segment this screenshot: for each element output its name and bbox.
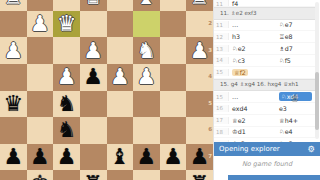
move-row-13: 13♘e2♗d7 bbox=[214, 43, 315, 55]
square-d3[interactable] bbox=[107, 37, 134, 64]
white-king-e1[interactable]: ♚ bbox=[80, 0, 107, 11]
current-move[interactable]: ♕f2 bbox=[232, 69, 248, 76]
square-c4[interactable]: ♟ bbox=[133, 64, 160, 91]
square-d4[interactable]: ♟ bbox=[107, 64, 134, 91]
white-pawn-f4[interactable]: ♟ bbox=[53, 64, 80, 91]
square-d6[interactable] bbox=[107, 117, 134, 144]
move-index-11: 11 bbox=[214, 21, 229, 28]
square-h4[interactable] bbox=[0, 64, 27, 91]
variation-line-1[interactable]: 11. ♗e2 exf3 bbox=[214, 7, 315, 20]
rank-label-7: 7 bbox=[208, 154, 212, 160]
move-12-white[interactable]: h3 bbox=[229, 33, 276, 40]
black-queen-h5[interactable]: ♛ bbox=[0, 91, 27, 118]
move-12-black[interactable]: ♖e8 bbox=[276, 33, 315, 40]
square-e2[interactable] bbox=[80, 11, 107, 38]
analysis-page: ♜♚♝♜1♟♛2♟♟♞♟3♟♟♟♟4♛♞5♞6♟♟♟♝♟♟♟7♚♜♜8 11f4… bbox=[0, 0, 320, 180]
rank-label-3: 3 bbox=[208, 48, 212, 54]
square-f5[interactable]: ♞ bbox=[53, 91, 80, 118]
move-row-11b: 11…♘e7 bbox=[214, 20, 315, 32]
square-g5[interactable] bbox=[27, 91, 54, 118]
move-index-15: 15 bbox=[214, 92, 229, 101]
move-15-white[interactable]: … bbox=[229, 93, 276, 100]
move-index-14: 14 bbox=[214, 57, 229, 64]
white-rook-h1[interactable]: ♜ bbox=[0, 0, 27, 11]
square-c3[interactable]: ♞ bbox=[133, 37, 160, 64]
square-b6[interactable] bbox=[160, 117, 187, 144]
black-rook-e8[interactable]: ♜ bbox=[80, 170, 107, 180]
square-a7[interactable]: ♟7 bbox=[186, 144, 213, 171]
square-g7[interactable]: ♟ bbox=[27, 144, 54, 171]
black-pawn-f7[interactable]: ♟ bbox=[53, 144, 80, 171]
square-h7[interactable]: ♟ bbox=[0, 144, 27, 171]
square-c1[interactable]: ♝ bbox=[133, 0, 160, 11]
move-row-11: 11f4 bbox=[214, 0, 315, 7]
move-row-16: 16exd4e3 bbox=[214, 103, 315, 115]
move-13-black[interactable]: ♗d7 bbox=[276, 45, 315, 52]
black-king-g8[interactable]: ♚ bbox=[27, 170, 54, 180]
black-pawn-e4[interactable]: ♟ bbox=[80, 64, 107, 91]
square-f6[interactable]: ♞ bbox=[53, 117, 80, 144]
square-g6[interactable] bbox=[27, 117, 54, 144]
square-h3[interactable]: ♟ bbox=[0, 37, 27, 64]
square-f2[interactable]: ♛ bbox=[53, 11, 80, 38]
move-11-white[interactable]: … bbox=[229, 21, 276, 28]
square-b7[interactable]: ♟ bbox=[160, 144, 187, 171]
move-14-white[interactable]: ♘c3 bbox=[229, 57, 276, 64]
square-h8[interactable] bbox=[0, 170, 27, 180]
square-b2[interactable] bbox=[160, 11, 187, 38]
square-g2[interactable]: ♟ bbox=[27, 11, 54, 38]
square-f1[interactable] bbox=[53, 0, 80, 11]
move-11-black[interactable]: ♘e7 bbox=[276, 21, 315, 28]
square-d5[interactable] bbox=[107, 91, 134, 118]
square-b3[interactable] bbox=[160, 37, 187, 64]
square-e8[interactable]: ♜ bbox=[80, 170, 107, 180]
rank-label-4: 4 bbox=[208, 74, 212, 80]
square-g1[interactable] bbox=[27, 0, 54, 11]
black-bishop-d7[interactable]: ♝ bbox=[107, 144, 134, 171]
opening-explorer-header[interactable]: Opening explorer ⚙ bbox=[214, 142, 320, 156]
move-15-white[interactable]: ♕f2 bbox=[229, 69, 276, 76]
square-g4[interactable] bbox=[27, 64, 54, 91]
square-f4[interactable]: ♟ bbox=[53, 64, 80, 91]
white-pawn-g2[interactable]: ♟ bbox=[27, 11, 54, 38]
scrollbar-thumb[interactable] bbox=[315, 72, 319, 130]
black-pawn-c7[interactable]: ♟ bbox=[133, 144, 160, 171]
move-row-14: 14♘c3♘f5 bbox=[214, 55, 315, 67]
square-e7[interactable] bbox=[80, 144, 107, 171]
chess-board[interactable]: ♜♚♝♜1♟♛2♟♟♞♟3♟♟♟♟4♛♞5♞6♟♟♟♝♟♟♟7♚♜♜8 bbox=[0, 0, 213, 180]
square-f3[interactable] bbox=[53, 37, 80, 64]
rank-label-6: 6 bbox=[208, 128, 212, 134]
move-index-18: 18 bbox=[214, 128, 229, 135]
move-row-12: 12h3♖e8 bbox=[214, 31, 315, 43]
black-knight-f5[interactable]: ♞ bbox=[53, 91, 80, 118]
black-knight-f6[interactable]: ♞ bbox=[53, 117, 80, 144]
move-13-white[interactable]: ♘e2 bbox=[229, 45, 276, 52]
move-18-white[interactable]: ♔d1 bbox=[229, 128, 276, 135]
square-c2[interactable] bbox=[133, 11, 160, 38]
black-pawn-b7[interactable]: ♟ bbox=[160, 144, 187, 171]
move-index-12: 12 bbox=[214, 33, 229, 40]
explorer-empty-message: No game found bbox=[214, 160, 320, 168]
move-row-15: 15♕f2 bbox=[214, 67, 315, 79]
move-16-white[interactable]: exd4 bbox=[229, 105, 276, 112]
square-f8[interactable] bbox=[53, 170, 80, 180]
square-a2[interactable]: 2 bbox=[186, 11, 213, 38]
move-14-black[interactable]: ♘f5 bbox=[276, 57, 315, 64]
move-17-white[interactable]: ♕e2 bbox=[229, 117, 276, 124]
square-d2[interactable] bbox=[107, 11, 134, 38]
square-d1[interactable] bbox=[107, 0, 134, 11]
white-knight-c3[interactable]: ♞ bbox=[133, 37, 160, 64]
square-h5[interactable]: ♛ bbox=[0, 91, 27, 118]
black-pawn-g7[interactable]: ♟ bbox=[27, 144, 54, 171]
square-g8[interactable]: ♚ bbox=[27, 170, 54, 180]
bottom-bar[interactable] bbox=[228, 175, 320, 180]
square-e5[interactable] bbox=[80, 91, 107, 118]
square-c6[interactable] bbox=[133, 117, 160, 144]
move-row-17: 17♕e2♕h4+ bbox=[214, 115, 315, 127]
square-e1[interactable]: ♚ bbox=[80, 0, 107, 11]
rank-label-5: 5 bbox=[208, 101, 212, 107]
square-a8[interactable]: ♜8 bbox=[186, 170, 213, 180]
white-pawn-h3[interactable]: ♟ bbox=[0, 37, 27, 64]
move-list-scrollbar[interactable] bbox=[315, 2, 319, 139]
move-18-black[interactable]: ♘e4 bbox=[276, 128, 315, 135]
move-index-17: 17 bbox=[214, 117, 229, 124]
move-11-white[interactable]: f4 bbox=[229, 0, 276, 7]
square-a5[interactable]: 5 bbox=[186, 91, 213, 118]
square-h6[interactable] bbox=[0, 117, 27, 144]
black-pawn-h7[interactable]: ♟ bbox=[0, 144, 27, 171]
square-c5[interactable] bbox=[133, 91, 160, 118]
square-h1[interactable]: ♜ bbox=[0, 0, 27, 11]
square-b8[interactable] bbox=[160, 170, 187, 180]
white-bishop-c1[interactable]: ♝ bbox=[133, 0, 160, 11]
square-c7[interactable]: ♟ bbox=[133, 144, 160, 171]
square-g3[interactable] bbox=[27, 37, 54, 64]
move-row-15b: 15…♘xd4 bbox=[214, 91, 315, 103]
square-b1[interactable] bbox=[160, 0, 187, 11]
move-17-black[interactable]: ♕h4+ bbox=[276, 117, 315, 124]
square-b5[interactable] bbox=[160, 91, 187, 118]
square-e3[interactable]: ♟ bbox=[80, 37, 107, 64]
white-rook-a1[interactable]: ♜ bbox=[186, 0, 213, 11]
square-a3[interactable]: ♟3 bbox=[186, 37, 213, 64]
move-list-panel: 11f411. ♗e2 exf311…♘e712h3♖e813♘e2♗d714♘… bbox=[213, 0, 320, 180]
chess-board-clip: ♜♚♝♜1♟♛2♟♟♞♟3♟♟♟♟4♛♞5♞6♟♟♟♝♟♟♟7♚♜♜8 bbox=[0, 0, 213, 180]
white-queen-f2[interactable]: ♛ bbox=[53, 11, 80, 38]
move-index-11: 11 bbox=[214, 0, 229, 7]
variation-line-7[interactable]: 15. g4 ♗xg4 16. hxg4 ♕xh1 bbox=[214, 79, 315, 92]
square-h2[interactable] bbox=[0, 11, 27, 38]
move-index-16: 16 bbox=[214, 105, 229, 112]
square-a1[interactable]: ♜1 bbox=[186, 0, 213, 11]
opening-explorer-title: Opening explorer bbox=[219, 145, 280, 153]
move-index-13: 13 bbox=[214, 45, 229, 52]
black-rook-a8[interactable]: ♜ bbox=[186, 170, 213, 180]
move-index-15: 15 bbox=[214, 69, 229, 76]
square-c8[interactable] bbox=[133, 170, 160, 180]
square-a4[interactable]: 4 bbox=[186, 64, 213, 91]
square-e6[interactable] bbox=[80, 117, 107, 144]
move-15-black[interactable]: ♘xd4 bbox=[276, 92, 315, 101]
hovered-move[interactable]: ♘xd4 bbox=[279, 92, 312, 101]
move-16-black[interactable]: e3 bbox=[276, 105, 315, 112]
square-d7[interactable]: ♝ bbox=[107, 144, 134, 171]
square-a6[interactable]: 6 bbox=[186, 117, 213, 144]
gear-icon[interactable]: ⚙ bbox=[307, 145, 315, 154]
square-e4[interactable]: ♟ bbox=[80, 64, 107, 91]
rank-label-2: 2 bbox=[208, 21, 212, 27]
square-b4[interactable] bbox=[160, 64, 187, 91]
square-f7[interactable]: ♟ bbox=[53, 144, 80, 171]
move-list: 11f411. ♗e2 exf311…♘e712h3♖e813♘e2♗d714♘… bbox=[214, 0, 315, 150]
white-pawn-e3[interactable]: ♟ bbox=[80, 37, 107, 64]
square-d8[interactable] bbox=[107, 170, 134, 180]
white-pawn-c4[interactable]: ♟ bbox=[133, 64, 160, 91]
move-row-18: 18♔d1♘e4 bbox=[214, 127, 315, 139]
white-pawn-d4[interactable]: ♟ bbox=[107, 64, 134, 91]
